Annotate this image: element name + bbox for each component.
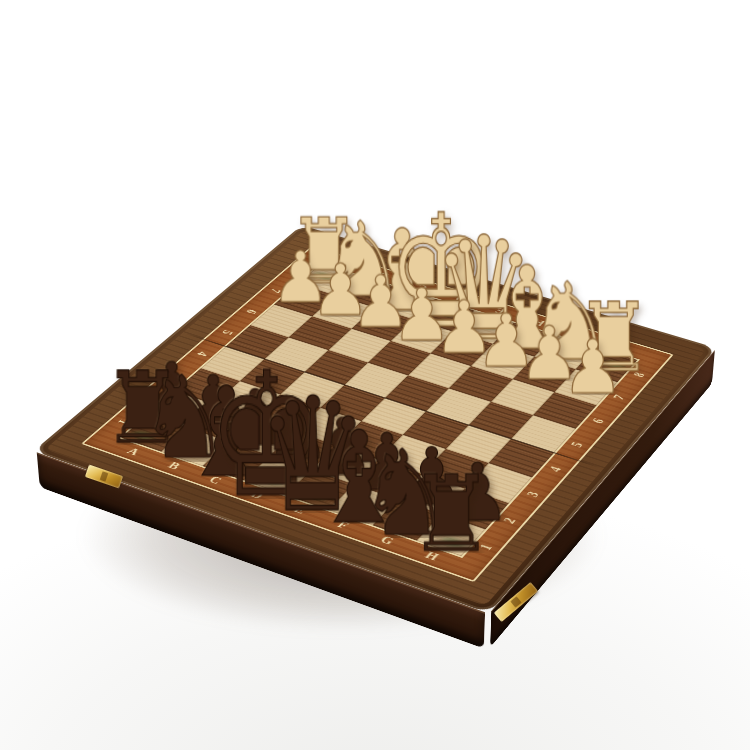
chess-board: ABCDEFGH ABCDEFGH 87654321 87654321 ♜♞♝♚… (33, 225, 716, 613)
rank-label-8: 8 (613, 362, 666, 387)
product-photo-background: ABCDEFGH ABCDEFGH 87654321 87654321 ♜♞♝♚… (0, 0, 750, 750)
perspective-stage: ABCDEFGH ABCDEFGH 87654321 87654321 ♜♞♝♚… (0, 0, 750, 750)
